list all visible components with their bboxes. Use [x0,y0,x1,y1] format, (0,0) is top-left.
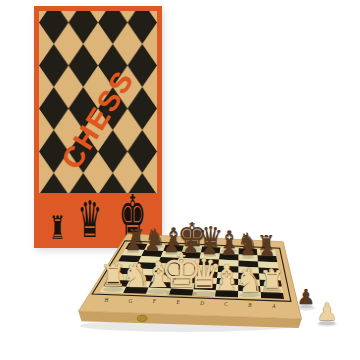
square-c3 [216,278,238,285]
square-d7 [200,253,220,260]
square-h2 [104,280,130,287]
square-h5 [115,261,139,268]
square-g5 [135,262,158,269]
spare-dark-pawn-shadow [297,306,315,311]
square-f4 [153,269,176,276]
square-b2 [238,285,260,292]
clasp [137,315,147,321]
square-h1 [100,286,126,293]
square-b6 [238,261,258,268]
product-photo: CHESS ♜♛♚♝♞ HGFEDCBA ♜♞♝♛♚♝♞♜♟♟♟♟♟♟♟♟♟♟♟… [0,0,360,360]
square-d3 [195,277,218,284]
square-c6 [218,260,238,267]
square-d2 [193,283,216,290]
square-c2 [216,284,238,291]
file-label-G: G [128,298,132,304]
square-h6 [118,255,141,262]
square-a3 [259,280,281,287]
square-f3 [151,275,175,282]
square-f2 [148,282,172,289]
square-g8 [144,244,165,251]
square-h7 [122,249,144,256]
square-h8 [125,243,147,250]
square-b7 [238,254,257,261]
square-a7 [257,255,277,262]
square-e8 [182,246,202,253]
square-g4 [132,268,156,275]
square-g2 [126,281,151,288]
square-c1 [215,290,238,297]
square-f8 [163,245,184,252]
square-d4 [196,271,218,278]
square-h3 [107,274,132,281]
square-c7 [219,254,239,261]
square-c4 [217,272,238,279]
square-e5 [176,264,198,271]
square-c8 [220,247,239,254]
square-f5 [156,263,178,270]
square-e4 [175,270,198,277]
square-g7 [141,250,163,257]
file-label-H: H [104,297,109,303]
square-f7 [161,251,182,258]
square-e3 [173,276,196,283]
square-g3 [129,275,153,282]
square-g1 [123,287,148,294]
square-a6 [258,261,279,268]
square-d6 [198,259,219,266]
square-a5 [258,268,279,275]
square-f1 [146,288,171,295]
square-e1 [169,289,193,296]
square-a8 [257,249,276,256]
square-a4 [259,274,281,281]
square-f6 [158,257,180,264]
file-label-C: C [224,301,228,307]
square-b3 [238,279,260,286]
square-e2 [171,282,195,289]
square-b5 [238,267,259,274]
square-e7 [180,252,201,259]
square-b8 [238,248,257,255]
square-d8 [201,247,221,254]
square-e6 [178,258,199,265]
square-b4 [238,273,259,280]
square-d1 [192,289,216,296]
square-b1 [238,291,261,298]
spare-light-pawn-shadow [317,322,337,327]
chess-board: HGFEDCBA [0,0,360,360]
square-a1 [261,292,285,299]
square-a2 [260,286,283,293]
square-c5 [218,266,239,273]
square-d5 [197,265,218,272]
square-g6 [138,256,160,263]
square-h4 [111,268,135,275]
file-label-D: D [199,300,204,306]
